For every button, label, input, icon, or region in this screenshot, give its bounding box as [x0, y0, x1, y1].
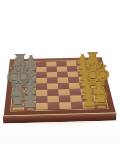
chess-set-photo: ♜♟♟♜♞♟♟♞♝♟♟♝♛♟♟♛♚♟♟♚♝♟♟♝♞♟♟♞♜♟♟♜ — [0, 0, 120, 144]
scene: ♜♟♟♜♞♟♟♞♝♟♟♝♛♟♟♛♚♟♟♚♝♟♟♝♞♟♟♞♜♟♟♜ — [0, 0, 120, 144]
chess-board: ♜♟♟♜♞♟♟♞♝♟♟♝♛♟♟♛♚♟♟♚♝♟♟♝♞♟♟♞♜♟♟♜ — [4, 57, 116, 115]
piece-glyph: ♜ — [84, 52, 100, 64]
board-front-edge — [3, 112, 117, 123]
